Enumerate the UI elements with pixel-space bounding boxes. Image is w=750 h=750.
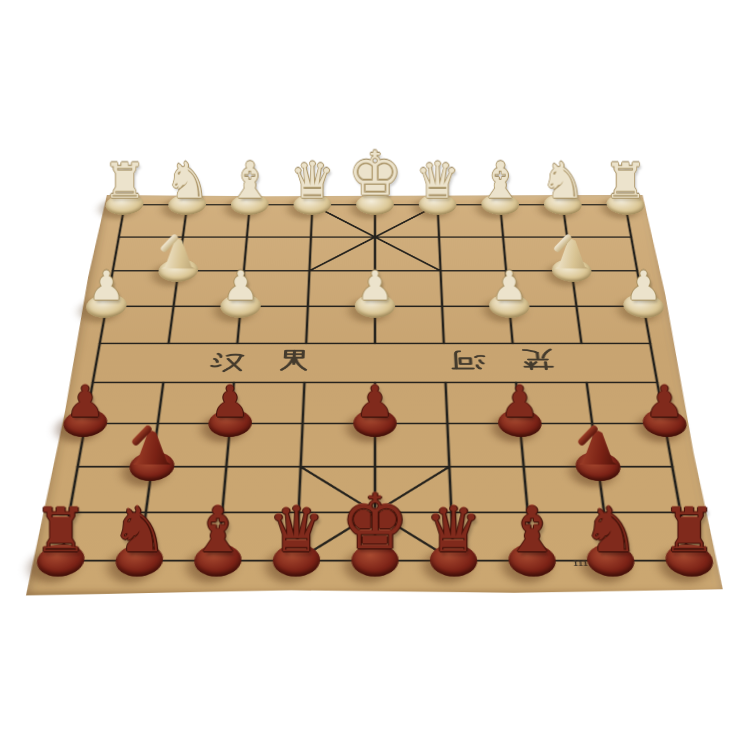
- soldier-glyph: ♟: [211, 381, 250, 423]
- pieces-layer: ♜♞♝♛♚♛♝♞♜♟♟♟♟♟♟♟♟♟♟♜♞♝♛♚♛♝♞♜: [26, 195, 724, 595]
- general-figurine-icon: ♚: [336, 466, 415, 560]
- board-photo: Nmm ♜♞♝♛♚♛♝♞♜♟♟♟♟♟♟♟♟♟♟♜♞♝♛♚♛♝♞♜: [0, 0, 750, 750]
- soldier-glyph: ♟: [88, 267, 124, 306]
- cannon-figurine-icon: [146, 192, 212, 271]
- elephant-glyph: ♝: [504, 500, 560, 561]
- horse-glyph: ♞: [582, 500, 638, 561]
- horse-glyph: ♞: [111, 500, 167, 561]
- soldier-glyph: ♟: [645, 381, 684, 423]
- horse-figurine-icon: ♞: [571, 466, 650, 560]
- advisor-glyph: ♛: [290, 156, 335, 204]
- soldier-figurine-icon: ♟: [484, 337, 556, 424]
- soldier-figurine-icon: ♟: [341, 226, 408, 307]
- soldier-figurine-icon: ♟: [73, 226, 140, 307]
- elephant-glyph: ♝: [190, 500, 246, 561]
- elephant-figurine-icon: ♝: [218, 130, 281, 205]
- elephant-figurine-icon: ♝: [493, 466, 572, 560]
- elephant-glyph: ♝: [227, 156, 272, 204]
- soldier-figurine-icon: ♟: [610, 226, 677, 307]
- soldier-glyph: ♟: [66, 381, 105, 423]
- cannon-figurine-icon: [561, 378, 635, 467]
- chariot-figurine-icon: ♜: [22, 466, 101, 560]
- xiangqi-board: Nmm ♜♞♝♛♚♛♝♞♜♟♟♟♟♟♟♟♟♟♟♜♞♝♛♚♛♝♞♜: [26, 195, 724, 595]
- cannon-figurine-icon: [539, 192, 605, 271]
- horse-figurine-icon: ♞: [100, 466, 179, 560]
- advisor-glyph: ♛: [425, 500, 481, 561]
- soldier-glyph: ♟: [500, 381, 539, 423]
- advisor-figurine-icon: ♛: [406, 130, 469, 205]
- soldier-glyph: ♟: [357, 267, 393, 306]
- general-figurine-icon: ♚: [344, 130, 407, 205]
- advisor-glyph: ♛: [415, 156, 460, 204]
- advisor-figurine-icon: ♛: [257, 466, 336, 560]
- advisor-glyph: ♛: [268, 500, 324, 561]
- chariot-glyph: ♜: [34, 502, 88, 561]
- soldier-figurine-icon: ♟: [49, 337, 121, 424]
- soldier-figurine-icon: ♟: [194, 337, 266, 424]
- chariot-glyph: ♜: [604, 158, 647, 205]
- soldier-glyph: ♟: [626, 267, 662, 306]
- elephant-glyph: ♝: [478, 156, 523, 204]
- soldier-figurine-icon: ♟: [476, 226, 543, 307]
- soldier-figurine-icon: ♟: [207, 226, 274, 307]
- general-glyph: ♚: [341, 487, 409, 561]
- cannon-figurine-icon: [115, 378, 189, 467]
- advisor-figurine-icon: ♛: [281, 130, 344, 205]
- general-glyph: ♚: [348, 146, 403, 205]
- soldier-glyph: ♟: [223, 267, 259, 306]
- elephant-figurine-icon: ♝: [179, 466, 258, 560]
- chariot-glyph: ♜: [662, 502, 716, 561]
- soldier-glyph: ♟: [491, 267, 527, 306]
- chariot-glyph: ♜: [103, 158, 146, 205]
- elephant-figurine-icon: ♝: [469, 130, 532, 205]
- soldier-figurine-icon: ♟: [339, 337, 411, 424]
- soldier-figurine-icon: ♟: [628, 337, 700, 424]
- soldier-glyph: ♟: [356, 381, 395, 423]
- advisor-figurine-icon: ♛: [414, 466, 493, 560]
- chariot-figurine-icon: ♜: [650, 466, 729, 560]
